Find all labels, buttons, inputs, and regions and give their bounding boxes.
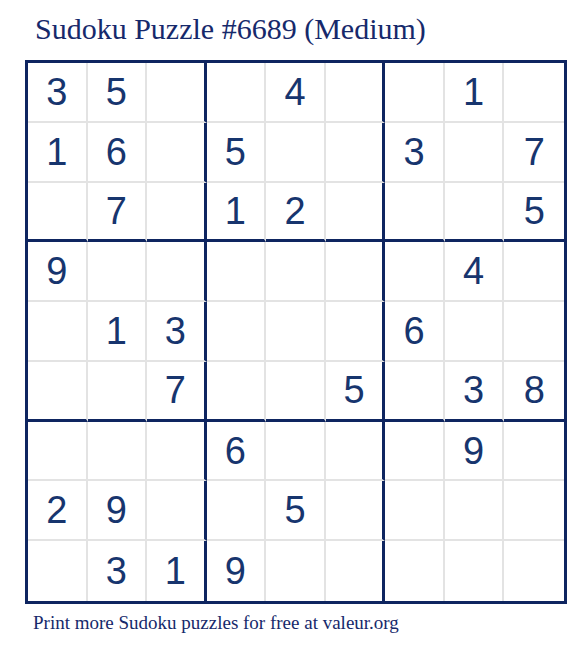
cell-r8c7-empty — [385, 481, 445, 541]
cell-r1c3-empty — [147, 63, 207, 123]
cell-r9c3-given-1: 1 — [147, 541, 207, 601]
cell-r2c1-given-1: 1 — [28, 123, 88, 183]
cell-r2c2-given-6: 6 — [88, 123, 148, 183]
cell-r2c4-given-5: 5 — [207, 123, 267, 183]
cell-r6c1-empty — [28, 362, 88, 422]
cell-r6c6-given-5: 5 — [326, 362, 386, 422]
page-title: Sudoku Puzzle #6689 (Medium) — [35, 12, 426, 46]
cell-r9c8-empty — [445, 541, 505, 601]
cell-r8c4-empty — [207, 481, 267, 541]
cell-r4c1-given-9: 9 — [28, 242, 88, 302]
cell-r3c1-empty — [28, 183, 88, 243]
cell-r1c4-empty — [207, 63, 267, 123]
cell-r4c5-empty — [266, 242, 326, 302]
cell-r3c8-empty — [445, 183, 505, 243]
cell-r6c7-empty — [385, 362, 445, 422]
cell-r4c9-empty — [504, 242, 564, 302]
page: Sudoku Puzzle #6689 (Medium) 35411653771… — [0, 0, 574, 651]
cell-r5c4-empty — [207, 302, 267, 362]
cell-r5c5-empty — [266, 302, 326, 362]
cell-r3c3-empty — [147, 183, 207, 243]
cell-r7c6-empty — [326, 422, 386, 482]
cell-r3c6-empty — [326, 183, 386, 243]
cell-r6c3-given-7: 7 — [147, 362, 207, 422]
cell-r2c6-empty — [326, 123, 386, 183]
cell-r1c1-given-3: 3 — [28, 63, 88, 123]
cell-r3c7-empty — [385, 183, 445, 243]
cell-r4c2-empty — [88, 242, 148, 302]
cell-r7c7-empty — [385, 422, 445, 482]
cell-r6c5-empty — [266, 362, 326, 422]
cell-r5c1-empty — [28, 302, 88, 362]
cell-r7c9-empty — [504, 422, 564, 482]
cell-r8c3-empty — [147, 481, 207, 541]
cell-r8c5-given-5: 5 — [266, 481, 326, 541]
cell-r6c9-given-8: 8 — [504, 362, 564, 422]
cell-r1c6-empty — [326, 63, 386, 123]
cell-r4c3-empty — [147, 242, 207, 302]
cell-r4c6-empty — [326, 242, 386, 302]
cell-r4c7-empty — [385, 242, 445, 302]
sudoku-board: 354116537712594136753869295319 — [25, 60, 567, 604]
cell-r6c4-empty — [207, 362, 267, 422]
cell-r9c2-given-3: 3 — [88, 541, 148, 601]
cell-r9c9-empty — [504, 541, 564, 601]
cell-r1c7-empty — [385, 63, 445, 123]
cell-r5c8-empty — [445, 302, 505, 362]
cell-r8c2-given-9: 9 — [88, 481, 148, 541]
cell-r2c3-empty — [147, 123, 207, 183]
cell-r3c2-given-7: 7 — [88, 183, 148, 243]
cell-r5c9-empty — [504, 302, 564, 362]
cell-r5c6-empty — [326, 302, 386, 362]
cell-r8c1-given-2: 2 — [28, 481, 88, 541]
cell-r9c6-empty — [326, 541, 386, 601]
cell-r9c1-empty — [28, 541, 88, 601]
cell-r3c4-given-1: 1 — [207, 183, 267, 243]
cell-r1c9-empty — [504, 63, 564, 123]
cell-r7c1-empty — [28, 422, 88, 482]
cell-r6c2-empty — [88, 362, 148, 422]
cell-r2c7-given-3: 3 — [385, 123, 445, 183]
cell-r8c8-empty — [445, 481, 505, 541]
cell-r9c5-empty — [266, 541, 326, 601]
cell-r4c4-empty — [207, 242, 267, 302]
cell-r8c6-empty — [326, 481, 386, 541]
cell-r5c3-given-3: 3 — [147, 302, 207, 362]
cell-r9c7-empty — [385, 541, 445, 601]
cell-r7c2-empty — [88, 422, 148, 482]
cell-r7c5-empty — [266, 422, 326, 482]
cell-r2c8-empty — [445, 123, 505, 183]
cell-r5c2-given-1: 1 — [88, 302, 148, 362]
cell-r5c7-given-6: 6 — [385, 302, 445, 362]
cell-r1c5-given-4: 4 — [266, 63, 326, 123]
cell-r3c5-given-2: 2 — [266, 183, 326, 243]
cell-r6c8-given-3: 3 — [445, 362, 505, 422]
cell-r4c8-given-4: 4 — [445, 242, 505, 302]
cell-r8c9-empty — [504, 481, 564, 541]
cell-r7c3-empty — [147, 422, 207, 482]
cell-r2c9-given-7: 7 — [504, 123, 564, 183]
cell-r1c2-given-5: 5 — [88, 63, 148, 123]
cell-r3c9-given-5: 5 — [504, 183, 564, 243]
cell-r7c4-given-6: 6 — [207, 422, 267, 482]
cell-r7c8-given-9: 9 — [445, 422, 505, 482]
footer-text: Print more Sudoku puzzles for free at va… — [33, 612, 399, 634]
cell-r2c5-empty — [266, 123, 326, 183]
cell-r1c8-given-1: 1 — [445, 63, 505, 123]
cell-r9c4-given-9: 9 — [207, 541, 267, 601]
